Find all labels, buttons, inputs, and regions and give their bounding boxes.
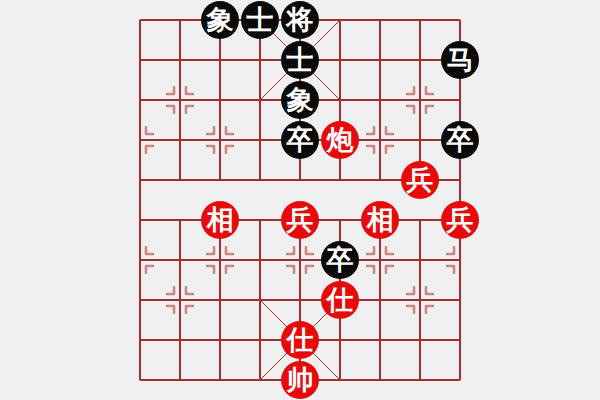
piece-black-advisor[interactable]: 士 bbox=[281, 41, 319, 79]
piece-black-pawn[interactable]: 卒 bbox=[441, 121, 479, 159]
piece-red-advisor[interactable]: 仕 bbox=[321, 281, 359, 319]
piece-black-general[interactable]: 将 bbox=[281, 1, 319, 39]
piece-black-advisor[interactable]: 士 bbox=[241, 1, 279, 39]
pieces-layer: 象士将士马象卒炮卒兵相兵相兵卒仕仕帅 bbox=[120, 0, 480, 400]
piece-red-general[interactable]: 帅 bbox=[281, 361, 319, 399]
piece-red-pawn[interactable]: 兵 bbox=[441, 201, 479, 239]
piece-black-horse[interactable]: 马 bbox=[441, 41, 479, 79]
piece-red-cannon[interactable]: 炮 bbox=[321, 121, 359, 159]
piece-red-pawn[interactable]: 兵 bbox=[281, 201, 319, 239]
piece-red-elephant[interactable]: 相 bbox=[361, 201, 399, 239]
piece-red-elephant[interactable]: 相 bbox=[201, 201, 239, 239]
piece-black-pawn[interactable]: 卒 bbox=[321, 241, 359, 279]
piece-red-pawn[interactable]: 兵 bbox=[401, 161, 439, 199]
xiangqi-board: 象士将士马象卒炮卒兵相兵相兵卒仕仕帅 bbox=[0, 0, 600, 400]
piece-red-advisor[interactable]: 仕 bbox=[281, 321, 319, 359]
piece-black-elephant[interactable]: 象 bbox=[281, 81, 319, 119]
piece-black-elephant[interactable]: 象 bbox=[201, 1, 239, 39]
piece-black-pawn[interactable]: 卒 bbox=[281, 121, 319, 159]
